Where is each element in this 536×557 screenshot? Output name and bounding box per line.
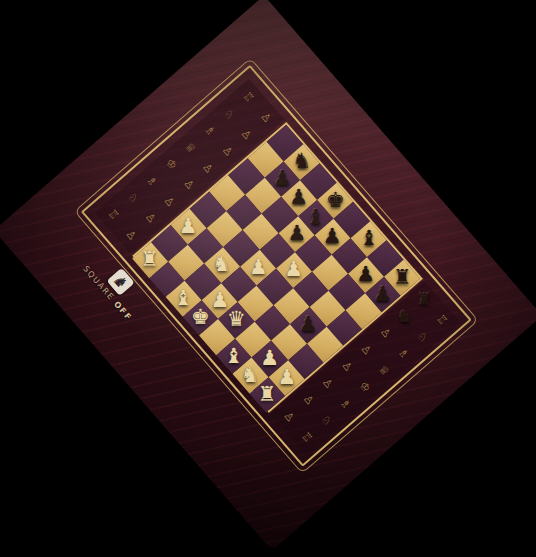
- white-piece-q-d2[interactable]: ♛: [227, 310, 246, 331]
- storage-p-icon: ♙: [182, 177, 197, 192]
- storage-p-icon: ♙: [282, 409, 297, 424]
- storage-r-icon: ♖: [300, 430, 315, 445]
- black-piece-n-g8[interactable]: ♞: [292, 151, 311, 172]
- storage-p-icon: ♙: [220, 144, 235, 159]
- storage-b-icon: ♗: [396, 346, 411, 361]
- storage-q-icon: ♕: [183, 140, 198, 155]
- brand-word-off: OFF: [112, 300, 134, 323]
- storage-r-icon: ♖: [106, 207, 121, 222]
- captured-black-piece-r[interactable]: ♜: [416, 291, 431, 308]
- storage-n-icon: ♘: [319, 413, 334, 428]
- black-piece-k-e8[interactable]: ♚: [326, 190, 345, 211]
- white-piece-n-f3[interactable]: ♞: [213, 254, 232, 275]
- storage-p-icon: ♙: [239, 127, 254, 142]
- white-piece-p-a2[interactable]: ♟: [277, 367, 296, 388]
- black-piece-p-e6[interactable]: ♟: [287, 223, 306, 244]
- storage-b-icon: ♗: [202, 124, 217, 139]
- storage-k-icon: ♔: [357, 380, 372, 395]
- storage-n-icon: ♘: [222, 107, 237, 122]
- captured-black-piece-n[interactable]: ♞: [397, 308, 412, 325]
- storage-p-icon: ♙: [162, 194, 177, 209]
- black-piece-r-a8[interactable]: ♜: [393, 267, 412, 288]
- white-piece-r-a1[interactable]: ♜: [258, 384, 277, 405]
- storage-p-icon: ♙: [143, 211, 158, 226]
- storage-n-icon: ♘: [125, 190, 140, 205]
- scene: ♖♙♘♙♗♙♕♙♔♙♗♙♘♙♖♙ ♞♚♝♜♟♟♝♟♟♟♟♟♟♟♟♞♟♛♟♟♜♝♚…: [0, 0, 536, 557]
- storage-b-icon: ♗: [338, 396, 353, 411]
- white-piece-k-e1[interactable]: ♚: [191, 307, 210, 328]
- white-piece-p-h3[interactable]: ♟: [179, 216, 198, 237]
- storage-p-icon: ♙: [340, 359, 355, 374]
- black-piece-b-c8[interactable]: ♝: [359, 228, 378, 249]
- storage-q-icon: ♕: [377, 363, 392, 378]
- board-rotor: ♖♙♘♙♗♙♕♙♔♙♗♙♘♙♖♙ ♞♚♝♜♟♟♝♟♟♟♟♟♟♟♟♞♟♛♟♟♜♝♚…: [0, 0, 536, 550]
- white-piece-p-e4[interactable]: ♟: [249, 257, 268, 278]
- storage-r-icon: ♖: [434, 313, 449, 328]
- storage-n-icon: ♘: [415, 329, 430, 344]
- golden-plate: ♖♙♘♙♗♙♕♙♔♙♗♙♘♙♖♙ ♞♚♝♜♟♟♝♟♟♟♟♟♟♟♟♞♟♛♟♟♜♝♚…: [81, 65, 472, 467]
- storage-p-icon: ♙: [301, 393, 316, 408]
- storage-p-icon: ♙: [320, 376, 335, 391]
- black-piece-p-d7[interactable]: ♟: [323, 226, 342, 247]
- black-piece-p-b4[interactable]: ♟: [299, 315, 318, 336]
- storage-p-icon: ♙: [201, 161, 216, 176]
- storage-p-icon: ♙: [359, 343, 374, 358]
- white-piece-p-d5[interactable]: ♟: [285, 259, 304, 280]
- black-piece-p-a7[interactable]: ♟: [373, 284, 392, 305]
- storage-p-icon: ♙: [124, 228, 139, 243]
- white-piece-r-h1[interactable]: ♜: [141, 249, 160, 270]
- storage-r-icon: ♖: [241, 90, 256, 105]
- chess-board-frame: ♖♙♘♙♗♙♕♙♔♙♗♙♘♙♖♙ ♞♚♝♜♟♟♝♟♟♟♟♟♟♟♟♞♟♛♟♟♜♝♚…: [0, 0, 536, 550]
- storage-p-icon: ♙: [259, 110, 274, 125]
- storage-p-icon: ♙: [378, 326, 393, 341]
- storage-k-icon: ♔: [164, 157, 179, 172]
- storage-b-icon: ♗: [145, 174, 160, 189]
- white-piece-p-b2[interactable]: ♟: [260, 348, 279, 369]
